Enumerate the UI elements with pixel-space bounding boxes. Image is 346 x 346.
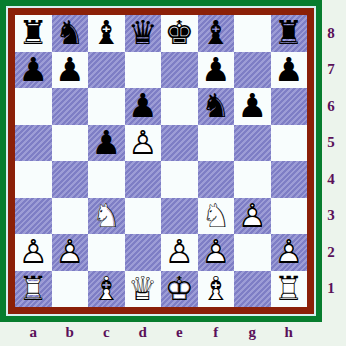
square-d3[interactable] [125,198,162,235]
square-g3[interactable]: ♟♙ [234,198,271,235]
black-pawn[interactable]: ♟ [234,88,271,125]
black-pawn[interactable]: ♟ [271,52,308,89]
square-d1[interactable]: ♛♕ [125,271,162,308]
square-f3[interactable]: ♞♘ [198,198,235,235]
square-g8[interactable] [234,15,271,52]
square-a4[interactable] [15,161,52,198]
white-pawn[interactable]: ♙ [15,234,52,271]
square-d6[interactable]: ♟ [125,88,162,125]
black-pawn[interactable]: ♟ [88,125,125,162]
white-rook[interactable]: ♖ [271,271,308,308]
file-label-d: d [125,321,162,344]
white-pawn[interactable]: ♙ [271,234,308,271]
square-h1[interactable]: ♜♖ [271,271,308,308]
file-label-a: a [15,321,52,344]
black-pawn[interactable]: ♟ [198,52,235,89]
rank-label-2: 2 [320,234,342,271]
white-king[interactable]: ♔ [161,271,198,308]
square-h6[interactable] [271,88,308,125]
square-b3[interactable] [52,198,89,235]
white-bishop[interactable]: ♗ [198,271,235,308]
square-e6[interactable] [161,88,198,125]
white-pawn[interactable]: ♙ [161,234,198,271]
black-bishop[interactable]: ♝ [198,15,235,52]
square-a5[interactable] [15,125,52,162]
square-f7[interactable]: ♟ [198,52,235,89]
square-c3[interactable]: ♞♘ [88,198,125,235]
square-g7[interactable] [234,52,271,89]
square-c6[interactable] [88,88,125,125]
black-knight[interactable]: ♞ [198,88,235,125]
square-h2[interactable]: ♟♙ [271,234,308,271]
square-c1[interactable]: ♝♗ [88,271,125,308]
square-f6[interactable]: ♞ [198,88,235,125]
square-a8[interactable]: ♜ [15,15,52,52]
square-c2[interactable] [88,234,125,271]
rank-label-5: 5 [320,125,342,162]
square-e3[interactable] [161,198,198,235]
square-a1[interactable]: ♜♖ [15,271,52,308]
square-c7[interactable] [88,52,125,89]
file-labels: abcdefgh [15,321,307,344]
black-king[interactable]: ♚ [161,15,198,52]
file-label-b: b [52,321,89,344]
rank-label-4: 4 [320,161,342,198]
square-g6[interactable]: ♟ [234,88,271,125]
square-b7[interactable]: ♟ [52,52,89,89]
rank-label-6: 6 [320,88,342,125]
square-d5[interactable]: ♟♙ [125,125,162,162]
black-pawn[interactable]: ♟ [15,52,52,89]
white-pawn[interactable]: ♙ [234,198,271,235]
square-b8[interactable]: ♞ [52,15,89,52]
rank-labels: 87654321 [320,15,342,307]
file-label-c: c [88,321,125,344]
board-border: ♜♞♝♛♚♝♜♟♟♟♟♟♞♟♟♟♙♞♘♞♘♟♙♟♙♟♙♟♙♟♙♟♙♜♖♝♗♛♕♚… [8,8,314,314]
square-c8[interactable]: ♝ [88,15,125,52]
rank-label-8: 8 [320,15,342,52]
rank-label-1: 1 [320,271,342,308]
black-queen[interactable]: ♛ [125,15,162,52]
file-label-f: f [198,321,235,344]
square-g2[interactable] [234,234,271,271]
square-d4[interactable] [125,161,162,198]
square-a7[interactable]: ♟ [15,52,52,89]
square-h5[interactable] [271,125,308,162]
square-e2[interactable]: ♟♙ [161,234,198,271]
square-e8[interactable]: ♚ [161,15,198,52]
white-knight[interactable]: ♘ [198,198,235,235]
square-d8[interactable]: ♛ [125,15,162,52]
file-label-e: e [161,321,198,344]
square-b6[interactable] [52,88,89,125]
square-b2[interactable]: ♟♙ [52,234,89,271]
file-label-g: g [234,321,271,344]
square-c5[interactable]: ♟ [88,125,125,162]
black-pawn[interactable]: ♟ [52,52,89,89]
white-bishop[interactable]: ♗ [88,271,125,308]
white-pawn[interactable]: ♙ [125,125,162,162]
square-f1[interactable]: ♝♗ [198,271,235,308]
square-h8[interactable]: ♜ [271,15,308,52]
square-h3[interactable] [271,198,308,235]
board-inner-line: ♜♞♝♛♚♝♜♟♟♟♟♟♞♟♟♟♙♞♘♞♘♟♙♟♙♟♙♟♙♟♙♟♙♜♖♝♗♛♕♚… [6,6,316,316]
square-f8[interactable]: ♝ [198,15,235,52]
square-g5[interactable] [234,125,271,162]
square-e5[interactable] [161,125,198,162]
square-a6[interactable] [15,88,52,125]
black-knight[interactable]: ♞ [52,15,89,52]
file-label-h: h [271,321,308,344]
rank-label-3: 3 [320,198,342,235]
white-rook[interactable]: ♖ [15,271,52,308]
square-b4[interactable] [52,161,89,198]
white-knight[interactable]: ♘ [88,198,125,235]
square-g1[interactable] [234,271,271,308]
square-a2[interactable]: ♟♙ [15,234,52,271]
black-rook[interactable]: ♜ [271,15,308,52]
square-g4[interactable] [234,161,271,198]
square-b1[interactable] [52,271,89,308]
chess-board: ♜♞♝♛♚♝♜♟♟♟♟♟♞♟♟♟♙♞♘♞♘♟♙♟♙♟♙♟♙♟♙♟♙♜♖♝♗♛♕♚… [15,15,307,307]
square-a3[interactable] [15,198,52,235]
square-d2[interactable] [125,234,162,271]
rank-label-7: 7 [320,52,342,89]
square-f2[interactable]: ♟♙ [198,234,235,271]
square-e7[interactable] [161,52,198,89]
square-e1[interactable]: ♚♔ [161,271,198,308]
square-d7[interactable] [125,52,162,89]
white-queen[interactable]: ♕ [125,271,162,308]
white-pawn[interactable]: ♙ [198,234,235,271]
square-f4[interactable] [198,161,235,198]
black-bishop[interactable]: ♝ [88,15,125,52]
square-h7[interactable]: ♟ [271,52,308,89]
square-f5[interactable] [198,125,235,162]
board-frame: ♜♞♝♛♚♝♜♟♟♟♟♟♞♟♟♟♙♞♘♞♘♟♙♟♙♟♙♟♙♟♙♟♙♜♖♝♗♛♕♚… [0,0,322,322]
square-c4[interactable] [88,161,125,198]
black-rook[interactable]: ♜ [15,15,52,52]
white-pawn[interactable]: ♙ [52,234,89,271]
square-b5[interactable] [52,125,89,162]
black-pawn[interactable]: ♟ [125,88,162,125]
square-e4[interactable] [161,161,198,198]
square-h4[interactable] [271,161,308,198]
